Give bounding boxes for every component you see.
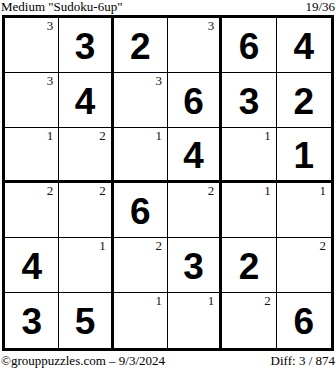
- cell-r6c6[interactable]: 6: [277, 293, 331, 348]
- sudoku-board: 332364343632121411226211412322351126: [2, 15, 334, 351]
- copyright-text: ©grouppuzzles.com – 9/3/2024: [1, 354, 165, 368]
- difficulty-text: Diff: 3 / 874: [271, 354, 335, 368]
- pencil-mark: 2: [99, 184, 106, 197]
- cell-r4c4[interactable]: 2: [168, 183, 222, 238]
- cell-r1c1[interactable]: 3: [5, 18, 59, 73]
- pencil-mark: 2: [155, 239, 162, 252]
- cell-value: 6: [183, 83, 204, 120]
- cell-value: 2: [294, 83, 315, 120]
- cell-r1c3[interactable]: 2: [114, 18, 168, 73]
- cell-r6c1[interactable]: 3: [5, 293, 59, 348]
- cell-r3c4[interactable]: 4: [168, 128, 222, 183]
- cell-value: 4: [294, 28, 315, 65]
- cell-r4c3[interactable]: 6: [114, 183, 168, 238]
- cell-value: 2: [130, 28, 151, 65]
- cell-r6c5[interactable]: 2: [222, 293, 276, 348]
- pencil-mark: 3: [208, 19, 215, 32]
- cell-value: 6: [130, 193, 151, 230]
- pencil-mark: 3: [47, 74, 54, 87]
- pencil-mark: 2: [47, 184, 54, 197]
- puzzle-title: Medium "Sudoku-6up": [1, 0, 122, 13]
- pencil-mark: 2: [264, 294, 271, 307]
- cell-r3c1[interactable]: 1: [5, 128, 59, 183]
- cell-value: 6: [239, 28, 260, 65]
- pencil-mark: 1: [99, 239, 106, 252]
- cell-r1c5[interactable]: 6: [222, 18, 276, 73]
- cell-r2c6[interactable]: 2: [277, 73, 331, 128]
- cell-r3c5[interactable]: 1: [222, 128, 276, 183]
- pencil-mark: 2: [208, 184, 215, 197]
- cell-r5c4[interactable]: 3: [168, 238, 222, 293]
- pencil-mark: 2: [319, 239, 326, 252]
- cell-r4c2[interactable]: 2: [59, 183, 113, 238]
- cell-r6c2[interactable]: 5: [59, 293, 113, 348]
- pencil-mark: 1: [319, 184, 326, 197]
- pencil-mark: 1: [264, 184, 271, 197]
- cell-r2c3[interactable]: 3: [114, 73, 168, 128]
- cell-r4c5[interactable]: 1: [222, 183, 276, 238]
- cell-value: 5: [75, 303, 96, 340]
- cell-r5c3[interactable]: 2: [114, 238, 168, 293]
- cell-value: 3: [75, 28, 96, 65]
- cell-r6c4[interactable]: 1: [168, 293, 222, 348]
- cell-r5c1[interactable]: 4: [5, 238, 59, 293]
- cell-value: 6: [294, 303, 315, 340]
- pencil-mark: 1: [208, 294, 215, 307]
- header: Medium "Sudoku-6up" 19/36: [0, 0, 336, 14]
- pencil-mark: 1: [155, 294, 162, 307]
- cell-r6c3[interactable]: 1: [114, 293, 168, 348]
- pencil-mark: 2: [99, 129, 106, 142]
- cell-r1c4[interactable]: 3: [168, 18, 222, 73]
- cell-r5c6[interactable]: 2: [277, 238, 331, 293]
- cell-value: 2: [239, 248, 260, 285]
- cell-r3c6[interactable]: 1: [277, 128, 331, 183]
- pencil-mark: 3: [47, 19, 54, 32]
- pencil-mark: 1: [47, 129, 54, 142]
- cell-r2c4[interactable]: 6: [168, 73, 222, 128]
- pencil-mark: 1: [264, 129, 271, 142]
- cell-r2c5[interactable]: 3: [222, 73, 276, 128]
- cell-r5c5[interactable]: 2: [222, 238, 276, 293]
- footer: ©grouppuzzles.com – 9/3/2024 Diff: 3 / 8…: [0, 350, 336, 370]
- cell-r3c3[interactable]: 1: [114, 128, 168, 183]
- pencil-mark: 1: [155, 129, 162, 142]
- cell-r1c6[interactable]: 4: [277, 18, 331, 73]
- pencil-mark: 3: [155, 74, 162, 87]
- cell-r4c1[interactable]: 2: [5, 183, 59, 238]
- puzzle-counter: 19/36: [305, 0, 335, 13]
- cell-value: 3: [21, 303, 42, 340]
- cell-value: 1: [294, 137, 315, 174]
- cell-r2c1[interactable]: 3: [5, 73, 59, 128]
- cell-value: 4: [75, 83, 96, 120]
- cell-r1c2[interactable]: 3: [59, 18, 113, 73]
- cell-value: 3: [183, 248, 204, 285]
- cell-value: 4: [21, 248, 42, 285]
- cell-r5c2[interactable]: 1: [59, 238, 113, 293]
- cell-r4c6[interactable]: 1: [277, 183, 331, 238]
- cell-r2c2[interactable]: 4: [59, 73, 113, 128]
- cell-value: 4: [183, 137, 204, 174]
- cell-value: 3: [239, 83, 260, 120]
- cell-r3c2[interactable]: 2: [59, 128, 113, 183]
